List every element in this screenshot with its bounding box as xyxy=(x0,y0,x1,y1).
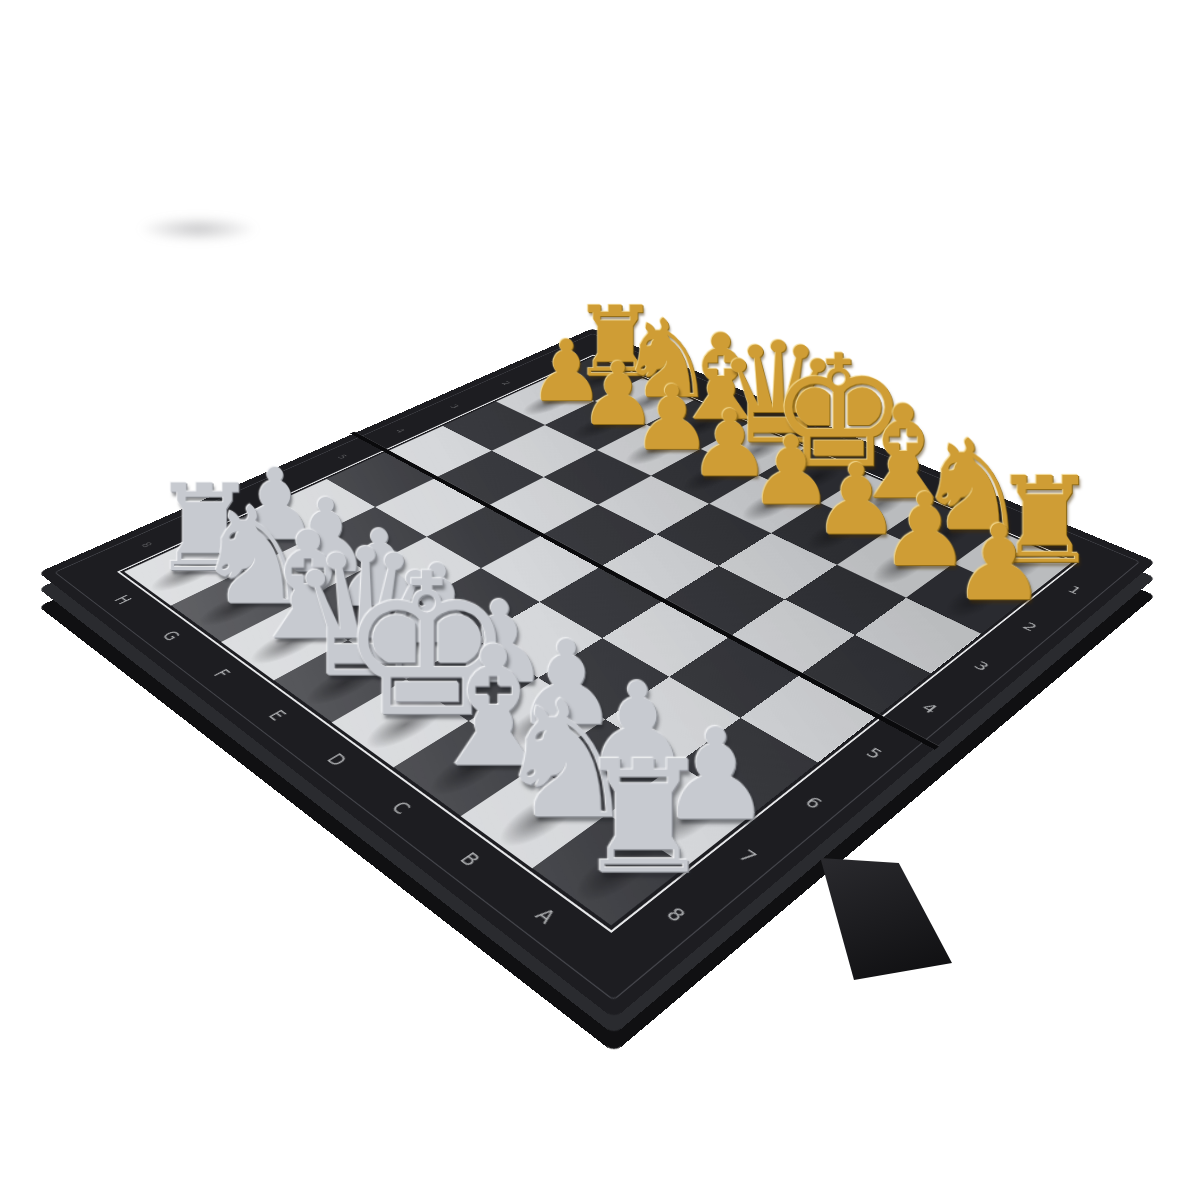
edge-label: 8 xyxy=(662,903,691,925)
edge-label: 5 xyxy=(862,745,886,762)
edge-label: 2 xyxy=(499,380,513,386)
chess-board: HGFEDCBA HGFEDCBA 87654321 87654321 ♜♟♟♜… xyxy=(38,328,1155,1018)
edge-label: 6 xyxy=(801,793,827,812)
edge-label: D xyxy=(322,750,351,769)
photo-shadow-smudge xyxy=(138,216,258,242)
folding-stand xyxy=(812,858,952,980)
edge-label: A xyxy=(530,905,560,928)
product-photo-scene: HGFEDCBA HGFEDCBA 87654321 87654321 ♜♟♟♜… xyxy=(0,0,1200,1200)
edge-label: 7 xyxy=(734,846,761,866)
edge-label: 2 xyxy=(1019,620,1040,634)
silver-rook-piece: ♜ xyxy=(574,743,714,891)
edge-label: 3 xyxy=(971,659,993,674)
edge-label: 4 xyxy=(918,700,941,716)
edge-label: 1 xyxy=(1064,584,1084,597)
edge-label: C xyxy=(386,798,415,817)
edge-label: E xyxy=(264,707,290,723)
edge-label: 5 xyxy=(334,453,349,460)
edge-label: 4 xyxy=(393,427,408,434)
edge-label: G xyxy=(157,628,183,643)
edge-label: 3 xyxy=(447,403,461,410)
gold-pawn-piece: ♟ xyxy=(952,513,1046,612)
squares-grid: ♜♟♟♜♞♟♟♞♝♟♟♝♛♟♟♛♚♟♟♚♝♟♟♝♞♟♟♞♜♟♟♜ xyxy=(124,357,1071,926)
edge-label: F xyxy=(210,667,235,681)
edge-label: B xyxy=(455,849,484,870)
edge-label: H xyxy=(110,593,135,607)
